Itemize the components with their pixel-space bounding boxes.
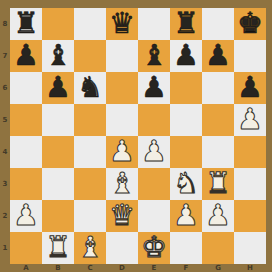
square-b7[interactable]: ♝ <box>42 40 74 72</box>
piece-white-pawn-h5[interactable]: ♟ <box>237 105 263 134</box>
rank-label-6: 6 <box>0 72 10 104</box>
piece-black-rook-a8[interactable]: ♜ <box>13 9 39 38</box>
square-e2[interactable] <box>138 200 170 232</box>
square-d6[interactable] <box>106 72 138 104</box>
piece-black-pawn-e6[interactable]: ♟ <box>141 73 167 102</box>
square-c8[interactable] <box>74 8 106 40</box>
square-f1[interactable] <box>170 232 202 264</box>
piece-black-rook-f8[interactable]: ♜ <box>173 9 199 38</box>
square-a1[interactable] <box>10 232 42 264</box>
piece-white-king-e1[interactable]: ♚ <box>141 233 167 262</box>
square-h7[interactable] <box>234 40 266 72</box>
file-label-c: C <box>74 264 106 272</box>
piece-white-rook-g3[interactable]: ♜ <box>205 169 231 198</box>
square-a2[interactable]: ♟ <box>10 200 42 232</box>
square-d7[interactable] <box>106 40 138 72</box>
square-f5[interactable] <box>170 104 202 136</box>
square-e4[interactable]: ♟ <box>138 136 170 168</box>
piece-black-pawn-a7[interactable]: ♟ <box>13 41 39 70</box>
square-c2[interactable] <box>74 200 106 232</box>
piece-white-pawn-e4[interactable]: ♟ <box>141 137 167 166</box>
piece-white-pawn-g2[interactable]: ♟ <box>205 201 231 230</box>
square-c5[interactable] <box>74 104 106 136</box>
rank-label-4: 4 <box>0 136 10 168</box>
square-e6[interactable]: ♟ <box>138 72 170 104</box>
piece-white-bishop-d3[interactable]: ♝ <box>109 169 135 198</box>
square-f6[interactable] <box>170 72 202 104</box>
square-b8[interactable] <box>42 8 74 40</box>
square-b4[interactable] <box>42 136 74 168</box>
square-h2[interactable] <box>234 200 266 232</box>
piece-black-pawn-g7[interactable]: ♟ <box>205 41 231 70</box>
piece-black-pawn-f7[interactable]: ♟ <box>173 41 199 70</box>
rank-labels: 87654321 <box>0 8 10 264</box>
piece-white-queen-d2[interactable]: ♛ <box>109 201 135 230</box>
file-label-g: G <box>202 264 234 272</box>
chess-board: ♜♛♜♚♟♝♝♟♟♟♞♟♟♟♟♟♝♞♜♟♛♟♟♜♝♚ <box>10 8 266 264</box>
square-e8[interactable] <box>138 8 170 40</box>
square-f3[interactable]: ♞ <box>170 168 202 200</box>
square-d3[interactable]: ♝ <box>106 168 138 200</box>
piece-white-bishop-c1[interactable]: ♝ <box>77 233 103 262</box>
square-c4[interactable] <box>74 136 106 168</box>
square-h5[interactable]: ♟ <box>234 104 266 136</box>
square-a6[interactable] <box>10 72 42 104</box>
square-a7[interactable]: ♟ <box>10 40 42 72</box>
rank-label-7: 7 <box>0 40 10 72</box>
piece-black-knight-c6[interactable]: ♞ <box>77 73 103 102</box>
square-c6[interactable]: ♞ <box>74 72 106 104</box>
piece-black-king-h8[interactable]: ♚ <box>237 9 263 38</box>
square-c3[interactable] <box>74 168 106 200</box>
square-d1[interactable] <box>106 232 138 264</box>
piece-white-pawn-f2[interactable]: ♟ <box>173 201 199 230</box>
piece-white-rook-b1[interactable]: ♜ <box>45 233 71 262</box>
square-e7[interactable]: ♝ <box>138 40 170 72</box>
square-h1[interactable] <box>234 232 266 264</box>
chess-board-diagram: 87654321 ♜♛♜♚♟♝♝♟♟♟♞♟♟♟♟♟♝♞♜♟♛♟♟♜♝♚ ABCD… <box>0 0 272 272</box>
file-label-h: H <box>234 264 266 272</box>
file-label-f: F <box>170 264 202 272</box>
piece-white-pawn-d4[interactable]: ♟ <box>109 137 135 166</box>
file-label-e: E <box>138 264 170 272</box>
square-g3[interactable]: ♜ <box>202 168 234 200</box>
file-labels: ABCDEFGH <box>10 264 266 272</box>
square-a3[interactable] <box>10 168 42 200</box>
piece-black-bishop-e7[interactable]: ♝ <box>141 41 167 70</box>
square-b3[interactable] <box>42 168 74 200</box>
square-g1[interactable] <box>202 232 234 264</box>
piece-black-pawn-b6[interactable]: ♟ <box>45 73 71 102</box>
square-b5[interactable] <box>42 104 74 136</box>
square-d2[interactable]: ♛ <box>106 200 138 232</box>
rank-label-5: 5 <box>0 104 10 136</box>
piece-black-queen-d8[interactable]: ♛ <box>109 9 135 38</box>
file-label-b: B <box>42 264 74 272</box>
square-e5[interactable] <box>138 104 170 136</box>
piece-black-bishop-b7[interactable]: ♝ <box>45 41 71 70</box>
square-d8[interactable]: ♛ <box>106 8 138 40</box>
square-a5[interactable] <box>10 104 42 136</box>
square-e3[interactable] <box>138 168 170 200</box>
square-d4[interactable]: ♟ <box>106 136 138 168</box>
square-g7[interactable]: ♟ <box>202 40 234 72</box>
square-f7[interactable]: ♟ <box>170 40 202 72</box>
piece-white-knight-f3[interactable]: ♞ <box>173 169 199 198</box>
square-f8[interactable]: ♜ <box>170 8 202 40</box>
piece-white-pawn-a2[interactable]: ♟ <box>13 201 39 230</box>
square-g5[interactable] <box>202 104 234 136</box>
square-e1[interactable]: ♚ <box>138 232 170 264</box>
square-g2[interactable]: ♟ <box>202 200 234 232</box>
square-b6[interactable]: ♟ <box>42 72 74 104</box>
square-b1[interactable]: ♜ <box>42 232 74 264</box>
square-f2[interactable]: ♟ <box>170 200 202 232</box>
piece-black-pawn-h6[interactable]: ♟ <box>237 73 263 102</box>
rank-label-8: 8 <box>0 8 10 40</box>
square-h4[interactable] <box>234 136 266 168</box>
square-g4[interactable] <box>202 136 234 168</box>
square-b2[interactable] <box>42 200 74 232</box>
square-a8[interactable]: ♜ <box>10 8 42 40</box>
square-h8[interactable]: ♚ <box>234 8 266 40</box>
file-label-a: A <box>10 264 42 272</box>
square-f4[interactable] <box>170 136 202 168</box>
square-g8[interactable] <box>202 8 234 40</box>
rank-label-1: 1 <box>0 232 10 264</box>
file-label-d: D <box>106 264 138 272</box>
square-c7[interactable] <box>74 40 106 72</box>
square-h3[interactable] <box>234 168 266 200</box>
square-g6[interactable] <box>202 72 234 104</box>
square-d5[interactable] <box>106 104 138 136</box>
square-c1[interactable]: ♝ <box>74 232 106 264</box>
square-h6[interactable]: ♟ <box>234 72 266 104</box>
rank-label-3: 3 <box>0 168 10 200</box>
rank-label-2: 2 <box>0 200 10 232</box>
square-a4[interactable] <box>10 136 42 168</box>
